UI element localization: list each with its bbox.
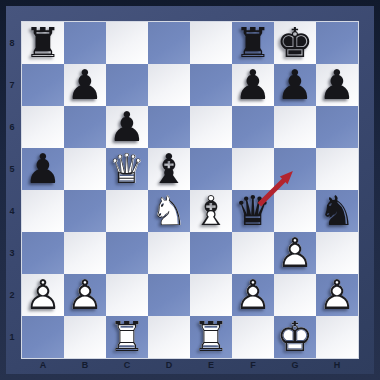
square-e6[interactable]: [190, 106, 232, 148]
square-h5[interactable]: [316, 148, 358, 190]
rank-label-7: 7: [4, 64, 20, 106]
square-b1[interactable]: [64, 316, 106, 358]
square-c6[interactable]: ♟: [106, 106, 148, 148]
rank-label-8: 8: [4, 22, 20, 64]
square-c2[interactable]: [106, 274, 148, 316]
rank-label-1: 1: [4, 316, 20, 358]
square-d3[interactable]: [148, 232, 190, 274]
piece-glyph: ♜: [22, 22, 64, 64]
piece-black-pawn[interactable]: ♟: [232, 64, 274, 106]
piece-outline-glyph: ♖: [106, 316, 148, 358]
rank-label-4: 4: [4, 190, 20, 232]
rank-label-2: 2: [4, 274, 20, 316]
square-f6[interactable]: [232, 106, 274, 148]
square-b3[interactable]: [64, 232, 106, 274]
piece-outline-glyph: ♗: [190, 190, 232, 232]
square-b6[interactable]: [64, 106, 106, 148]
file-label-c: C: [106, 357, 148, 373]
piece-white-pawn[interactable]: ♟♙: [22, 274, 64, 316]
piece-black-king[interactable]: ♚: [274, 22, 316, 64]
piece-glyph: ♝: [148, 148, 190, 190]
file-label-h: H: [316, 357, 358, 373]
piece-black-bishop[interactable]: ♝: [148, 148, 190, 190]
square-g1[interactable]: ♚♔: [274, 316, 316, 358]
rank-label-3: 3: [4, 232, 20, 274]
piece-glyph: ♟: [232, 64, 274, 106]
square-a3[interactable]: [22, 232, 64, 274]
piece-glyph: ♟: [64, 64, 106, 106]
square-a6[interactable]: [22, 106, 64, 148]
square-a4[interactable]: [22, 190, 64, 232]
square-b4[interactable]: [64, 190, 106, 232]
piece-white-queen[interactable]: ♛♕: [106, 148, 148, 190]
file-label-a: A: [22, 357, 64, 373]
piece-white-pawn[interactable]: ♟♙: [274, 232, 316, 274]
square-g4[interactable]: [274, 190, 316, 232]
square-g6[interactable]: [274, 106, 316, 148]
piece-glyph: ♞: [316, 190, 358, 232]
piece-glyph: ♟: [106, 106, 148, 148]
square-f4[interactable]: ♛: [232, 190, 274, 232]
square-g5[interactable]: [274, 148, 316, 190]
square-c4[interactable]: [106, 190, 148, 232]
square-e4[interactable]: ♝♗: [190, 190, 232, 232]
file-label-b: B: [64, 357, 106, 373]
square-f1[interactable]: [232, 316, 274, 358]
square-h3[interactable]: [316, 232, 358, 274]
square-a1[interactable]: [22, 316, 64, 358]
square-f2[interactable]: ♟♙: [232, 274, 274, 316]
piece-black-knight[interactable]: ♞: [316, 190, 358, 232]
piece-white-pawn[interactable]: ♟♙: [64, 274, 106, 316]
square-h7[interactable]: ♟: [316, 64, 358, 106]
square-h2[interactable]: ♟♙: [316, 274, 358, 316]
square-d5[interactable]: ♝: [148, 148, 190, 190]
piece-outline-glyph: ♖: [190, 316, 232, 358]
square-d4[interactable]: ♞♘: [148, 190, 190, 232]
piece-white-rook[interactable]: ♜♖: [190, 316, 232, 358]
file-label-g: G: [274, 357, 316, 373]
piece-black-pawn[interactable]: ♟: [274, 64, 316, 106]
square-f5[interactable]: [232, 148, 274, 190]
rank-label-5: 5: [4, 148, 20, 190]
square-c1[interactable]: ♜♖: [106, 316, 148, 358]
piece-white-knight[interactable]: ♞♘: [148, 190, 190, 232]
piece-glyph: ♛: [232, 190, 274, 232]
piece-outline-glyph: ♕: [106, 148, 148, 190]
piece-outline-glyph: ♙: [232, 274, 274, 316]
piece-black-pawn[interactable]: ♟: [64, 64, 106, 106]
square-h6[interactable]: [316, 106, 358, 148]
piece-black-queen[interactable]: ♛: [232, 190, 274, 232]
square-h4[interactable]: ♞: [316, 190, 358, 232]
square-d6[interactable]: [148, 106, 190, 148]
chess-board[interactable]: ♜♜♚♟♟♟♟♟♟♛♕♝♞♘♝♗♛♞♟♙♟♙♟♙♟♙♟♙♜♖♜♖♚♔: [22, 22, 358, 358]
square-b8[interactable]: [64, 22, 106, 64]
square-c3[interactable]: [106, 232, 148, 274]
piece-white-king[interactable]: ♚♔: [274, 316, 316, 358]
piece-glyph: ♜: [232, 22, 274, 64]
file-label-e: E: [190, 357, 232, 373]
piece-glyph: ♟: [274, 64, 316, 106]
square-e7[interactable]: [190, 64, 232, 106]
square-g3[interactable]: ♟♙: [274, 232, 316, 274]
piece-black-rook[interactable]: ♜: [22, 22, 64, 64]
piece-black-pawn[interactable]: ♟: [316, 64, 358, 106]
square-g2[interactable]: [274, 274, 316, 316]
square-e8[interactable]: [190, 22, 232, 64]
square-e1[interactable]: ♜♖: [190, 316, 232, 358]
piece-white-bishop[interactable]: ♝♗: [190, 190, 232, 232]
file-label-f: F: [232, 357, 274, 373]
square-f7[interactable]: ♟: [232, 64, 274, 106]
piece-black-rook[interactable]: ♜: [232, 22, 274, 64]
piece-white-rook[interactable]: ♜♖: [106, 316, 148, 358]
piece-white-pawn[interactable]: ♟♙: [316, 274, 358, 316]
square-a7[interactable]: [22, 64, 64, 106]
piece-outline-glyph: ♙: [316, 274, 358, 316]
square-e2[interactable]: [190, 274, 232, 316]
piece-glyph: ♚: [274, 22, 316, 64]
square-h8[interactable]: [316, 22, 358, 64]
piece-outline-glyph: ♔: [274, 316, 316, 358]
chess-board-window: ♜♜♚♟♟♟♟♟♟♛♕♝♞♘♝♗♛♞♟♙♟♙♟♙♟♙♟♙♜♖♜♖♚♔ 87654…: [0, 0, 380, 380]
square-d7[interactable]: [148, 64, 190, 106]
square-c8[interactable]: [106, 22, 148, 64]
square-g7[interactable]: ♟: [274, 64, 316, 106]
square-a5[interactable]: ♟: [22, 148, 64, 190]
square-a8[interactable]: ♜: [22, 22, 64, 64]
piece-black-pawn[interactable]: ♟: [22, 148, 64, 190]
piece-outline-glyph: ♘: [148, 190, 190, 232]
piece-outline-glyph: ♙: [274, 232, 316, 274]
square-b7[interactable]: ♟: [64, 64, 106, 106]
square-e3[interactable]: [190, 232, 232, 274]
rank-label-6: 6: [4, 106, 20, 148]
file-label-d: D: [148, 357, 190, 373]
piece-outline-glyph: ♙: [64, 274, 106, 316]
square-g8[interactable]: ♚: [274, 22, 316, 64]
square-f8[interactable]: ♜: [232, 22, 274, 64]
square-e5[interactable]: [190, 148, 232, 190]
piece-glyph: ♟: [22, 148, 64, 190]
piece-outline-glyph: ♙: [22, 274, 64, 316]
piece-glyph: ♟: [316, 64, 358, 106]
square-b2[interactable]: ♟♙: [64, 274, 106, 316]
square-d8[interactable]: [148, 22, 190, 64]
piece-white-pawn[interactable]: ♟♙: [232, 274, 274, 316]
square-f3[interactable]: [232, 232, 274, 274]
square-d2[interactable]: [148, 274, 190, 316]
square-c7[interactable]: [106, 64, 148, 106]
square-d1[interactable]: [148, 316, 190, 358]
square-b5[interactable]: [64, 148, 106, 190]
square-a2[interactable]: ♟♙: [22, 274, 64, 316]
square-c5[interactable]: ♛♕: [106, 148, 148, 190]
square-h1[interactable]: [316, 316, 358, 358]
piece-black-pawn[interactable]: ♟: [106, 106, 148, 148]
